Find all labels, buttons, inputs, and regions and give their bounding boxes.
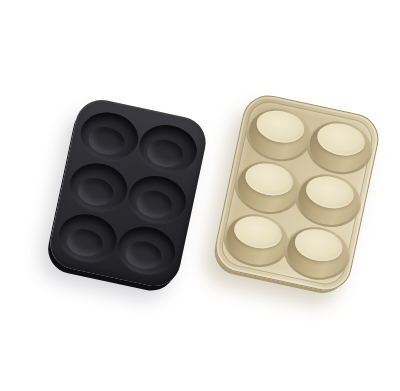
black-muffin-pan bbox=[46, 95, 211, 291]
gold-muffin-pan bbox=[211, 91, 383, 296]
product-photo-muffin-pans bbox=[0, 0, 400, 391]
well-floor bbox=[65, 226, 106, 259]
muffin-well bbox=[113, 221, 180, 279]
well-floor bbox=[75, 175, 116, 208]
muffin-well bbox=[76, 107, 143, 165]
muffin-cone bbox=[279, 221, 354, 286]
muffin-well bbox=[135, 119, 202, 177]
muffin-well bbox=[124, 170, 191, 228]
well-floor bbox=[86, 124, 127, 157]
well-floor bbox=[145, 137, 186, 170]
muffin-well bbox=[65, 158, 132, 216]
well-floor bbox=[134, 188, 175, 221]
muffin-well bbox=[55, 209, 122, 267]
well-floor bbox=[123, 239, 164, 272]
